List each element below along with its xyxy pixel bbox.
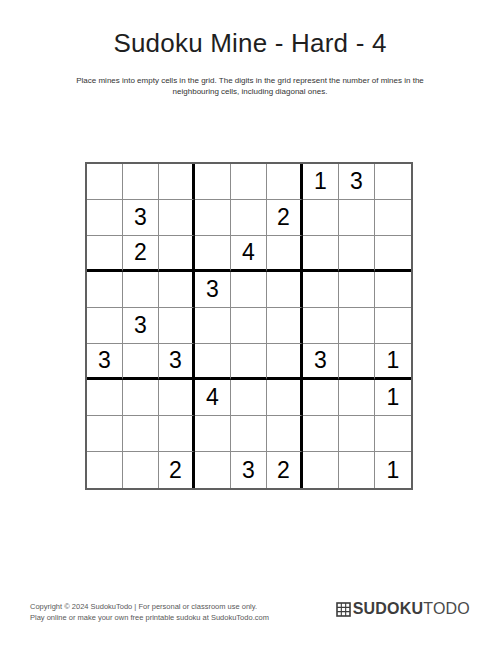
instructions-text: Place mines into empty cells in the grid… <box>61 76 439 97</box>
cell-r2c6[interactable]: 2 <box>267 200 303 236</box>
cell-r1c7[interactable]: 1 <box>303 164 339 200</box>
cell-r3c1[interactable] <box>87 236 123 272</box>
cell-r2c4[interactable] <box>195 200 231 236</box>
cell-r6c9[interactable]: 1 <box>375 344 411 380</box>
cell-r3c7[interactable] <box>303 236 339 272</box>
copyright-line: Copyright © 2024 SudokuTodo | For person… <box>30 601 269 612</box>
cell-r1c5[interactable] <box>231 164 267 200</box>
cell-r8c1[interactable] <box>87 416 123 452</box>
cell-r7c6[interactable] <box>267 380 303 416</box>
cell-r3c9[interactable] <box>375 236 411 272</box>
cell-r8c9[interactable] <box>375 416 411 452</box>
cell-r5c6[interactable] <box>267 308 303 344</box>
cell-r2c5[interactable] <box>231 200 267 236</box>
cell-r3c8[interactable] <box>339 236 375 272</box>
sudoku-mine-grid: 133224333331412321 <box>85 162 413 490</box>
cell-r8c4[interactable] <box>195 416 231 452</box>
cell-r6c3[interactable]: 3 <box>159 344 195 380</box>
cell-r1c1[interactable] <box>87 164 123 200</box>
cell-r7c7[interactable] <box>303 380 339 416</box>
cell-r4c4[interactable]: 3 <box>195 272 231 308</box>
cell-r5c9[interactable] <box>375 308 411 344</box>
cell-r6c6[interactable] <box>267 344 303 380</box>
cell-r4c9[interactable] <box>375 272 411 308</box>
cell-r5c5[interactable] <box>231 308 267 344</box>
cell-r2c8[interactable] <box>339 200 375 236</box>
cell-r4c7[interactable] <box>303 272 339 308</box>
cell-r6c7[interactable]: 3 <box>303 344 339 380</box>
cell-r7c4[interactable]: 4 <box>195 380 231 416</box>
cell-r6c1[interactable]: 3 <box>87 344 123 380</box>
cell-r9c9[interactable]: 1 <box>375 452 411 488</box>
cell-r9c3[interactable]: 2 <box>159 452 195 488</box>
cell-r3c5[interactable]: 4 <box>231 236 267 272</box>
cell-r4c8[interactable] <box>339 272 375 308</box>
cell-r6c2[interactable] <box>123 344 159 380</box>
cell-r1c6[interactable] <box>267 164 303 200</box>
cell-r7c2[interactable] <box>123 380 159 416</box>
cell-r5c3[interactable] <box>159 308 195 344</box>
cell-r1c9[interactable] <box>375 164 411 200</box>
footer: Copyright © 2024 SudokuTodo | For person… <box>30 601 269 623</box>
logo-text-bold: SUDOKU <box>353 600 424 618</box>
cell-r8c5[interactable] <box>231 416 267 452</box>
cell-r9c2[interactable] <box>123 452 159 488</box>
cell-r3c2[interactable]: 2 <box>123 236 159 272</box>
cell-r7c5[interactable] <box>231 380 267 416</box>
cell-r8c8[interactable] <box>339 416 375 452</box>
cell-r9c8[interactable] <box>339 452 375 488</box>
cell-r5c4[interactable] <box>195 308 231 344</box>
cell-r5c8[interactable] <box>339 308 375 344</box>
printable-page: Sudoku Mine - Hard - 4 Place mines into … <box>0 0 500 647</box>
cell-r7c1[interactable] <box>87 380 123 416</box>
cell-r8c6[interactable] <box>267 416 303 452</box>
cell-r9c4[interactable] <box>195 452 231 488</box>
cell-r2c1[interactable] <box>87 200 123 236</box>
cell-r7c3[interactable] <box>159 380 195 416</box>
cell-r9c5[interactable]: 3 <box>231 452 267 488</box>
cell-r5c1[interactable] <box>87 308 123 344</box>
cell-r6c4[interactable] <box>195 344 231 380</box>
cell-r4c6[interactable] <box>267 272 303 308</box>
cell-r1c8[interactable]: 3 <box>339 164 375 200</box>
cell-r4c2[interactable] <box>123 272 159 308</box>
cell-r8c7[interactable] <box>303 416 339 452</box>
cell-r4c3[interactable] <box>159 272 195 308</box>
cell-r1c2[interactable] <box>123 164 159 200</box>
cell-r8c3[interactable] <box>159 416 195 452</box>
cell-r2c7[interactable] <box>303 200 339 236</box>
cell-r8c2[interactable] <box>123 416 159 452</box>
cell-r3c3[interactable] <box>159 236 195 272</box>
cell-r9c1[interactable] <box>87 452 123 488</box>
page-title: Sudoku Mine - Hard - 4 <box>0 28 500 59</box>
cell-r1c4[interactable] <box>195 164 231 200</box>
cell-r1c3[interactable] <box>159 164 195 200</box>
cell-r2c3[interactable] <box>159 200 195 236</box>
logo-text-light: TODO <box>423 600 470 618</box>
cell-r3c4[interactable] <box>195 236 231 272</box>
sudokutodo-logo: SUDOKUTODO <box>336 600 470 618</box>
cell-r7c8[interactable] <box>339 380 375 416</box>
cell-r3c6[interactable] <box>267 236 303 272</box>
cell-r5c7[interactable] <box>303 308 339 344</box>
cell-r4c1[interactable] <box>87 272 123 308</box>
cell-r5c2[interactable]: 3 <box>123 308 159 344</box>
cell-r7c9[interactable]: 1 <box>375 380 411 416</box>
cell-r2c2[interactable]: 3 <box>123 200 159 236</box>
cell-r2c9[interactable] <box>375 200 411 236</box>
sudoku-grid-icon <box>336 602 351 617</box>
cell-r6c5[interactable] <box>231 344 267 380</box>
cell-r9c7[interactable] <box>303 452 339 488</box>
cell-r4c5[interactable] <box>231 272 267 308</box>
cell-r9c6[interactable]: 2 <box>267 452 303 488</box>
promo-line: Play online or make your own free printa… <box>30 612 269 623</box>
cell-r6c8[interactable] <box>339 344 375 380</box>
